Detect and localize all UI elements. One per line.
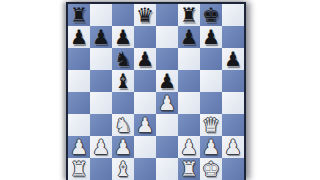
square-f8[interactable]: ♜ (178, 4, 200, 26)
piece-black-rook: ♜ (68, 4, 90, 26)
square-g5[interactable] (200, 70, 222, 92)
piece-white-queen: ♛ (200, 114, 222, 136)
square-e8[interactable] (156, 4, 178, 26)
piece-white-knight: ♞ (112, 114, 134, 136)
square-c1[interactable]: ♝ (112, 158, 134, 180)
square-b4[interactable] (90, 92, 112, 114)
square-d4[interactable] (134, 92, 156, 114)
square-e2[interactable] (156, 136, 178, 158)
piece-black-pawn: ♟ (156, 70, 178, 92)
square-b2[interactable]: ♟ (90, 136, 112, 158)
square-f3[interactable] (178, 114, 200, 136)
square-g7[interactable]: ♟ (200, 26, 222, 48)
piece-black-bishop: ♝ (112, 70, 134, 92)
square-d6[interactable]: ♟ (134, 48, 156, 70)
square-d2[interactable] (134, 136, 156, 158)
square-g1[interactable]: ♚ (200, 158, 222, 180)
square-h3[interactable] (222, 114, 244, 136)
square-c4[interactable] (112, 92, 134, 114)
square-c5[interactable]: ♝ (112, 70, 134, 92)
chess-board: ♜♛♜♚♟♟♟♟♟♞♟♟♝♟♟♞♟♛♟♟♟♟♟♟♜♝♜♚ (66, 2, 246, 180)
square-h6[interactable]: ♟ (222, 48, 244, 70)
square-b1[interactable] (90, 158, 112, 180)
square-b8[interactable] (90, 4, 112, 26)
square-h1[interactable] (222, 158, 244, 180)
square-e7[interactable] (156, 26, 178, 48)
square-a6[interactable] (68, 48, 90, 70)
square-f7[interactable]: ♟ (178, 26, 200, 48)
piece-white-pawn: ♟ (200, 136, 222, 158)
square-c7[interactable]: ♟ (112, 26, 134, 48)
square-g3[interactable]: ♛ (200, 114, 222, 136)
piece-white-pawn: ♟ (156, 92, 178, 114)
square-b5[interactable] (90, 70, 112, 92)
square-g2[interactable]: ♟ (200, 136, 222, 158)
square-b3[interactable] (90, 114, 112, 136)
piece-black-rook: ♜ (178, 4, 200, 26)
piece-white-pawn: ♟ (134, 114, 156, 136)
square-d7[interactable] (134, 26, 156, 48)
piece-white-pawn: ♟ (90, 136, 112, 158)
square-a8[interactable]: ♜ (68, 4, 90, 26)
piece-white-pawn: ♟ (68, 136, 90, 158)
square-a2[interactable]: ♟ (68, 136, 90, 158)
square-d5[interactable] (134, 70, 156, 92)
square-e4[interactable]: ♟ (156, 92, 178, 114)
square-h2[interactable]: ♟ (222, 136, 244, 158)
square-g8[interactable]: ♚ (200, 4, 222, 26)
square-c3[interactable]: ♞ (112, 114, 134, 136)
square-d3[interactable]: ♟ (134, 114, 156, 136)
piece-white-pawn: ♟ (222, 136, 244, 158)
square-h5[interactable] (222, 70, 244, 92)
square-b7[interactable]: ♟ (90, 26, 112, 48)
square-f6[interactable] (178, 48, 200, 70)
piece-white-king: ♚ (200, 158, 222, 180)
square-a3[interactable] (68, 114, 90, 136)
square-c8[interactable] (112, 4, 134, 26)
piece-black-pawn: ♟ (178, 26, 200, 48)
screenshot-root: ♜♛♜♚♟♟♟♟♟♞♟♟♝♟♟♞♟♛♟♟♟♟♟♟♜♝♜♚ (0, 0, 320, 180)
square-f4[interactable] (178, 92, 200, 114)
square-e6[interactable] (156, 48, 178, 70)
square-a4[interactable] (68, 92, 90, 114)
piece-white-rook: ♜ (178, 158, 200, 180)
piece-black-pawn: ♟ (134, 48, 156, 70)
square-f5[interactable] (178, 70, 200, 92)
square-c2[interactable]: ♟ (112, 136, 134, 158)
piece-black-pawn: ♟ (200, 26, 222, 48)
piece-black-pawn: ♟ (68, 26, 90, 48)
piece-black-pawn: ♟ (90, 26, 112, 48)
piece-black-pawn: ♟ (222, 48, 244, 70)
square-f2[interactable]: ♟ (178, 136, 200, 158)
square-d1[interactable] (134, 158, 156, 180)
square-c6[interactable]: ♞ (112, 48, 134, 70)
square-e1[interactable] (156, 158, 178, 180)
square-g4[interactable] (200, 92, 222, 114)
square-h4[interactable] (222, 92, 244, 114)
square-d8[interactable]: ♛ (134, 4, 156, 26)
square-a7[interactable]: ♟ (68, 26, 90, 48)
square-f1[interactable]: ♜ (178, 158, 200, 180)
square-h7[interactable] (222, 26, 244, 48)
square-e5[interactable]: ♟ (156, 70, 178, 92)
piece-black-knight: ♞ (112, 48, 134, 70)
piece-black-pawn: ♟ (112, 26, 134, 48)
square-g6[interactable] (200, 48, 222, 70)
piece-white-pawn: ♟ (112, 136, 134, 158)
piece-black-king: ♚ (200, 4, 222, 26)
piece-white-bishop: ♝ (112, 158, 134, 180)
square-e3[interactable] (156, 114, 178, 136)
square-h8[interactable] (222, 4, 244, 26)
square-a5[interactable] (68, 70, 90, 92)
piece-white-pawn: ♟ (178, 136, 200, 158)
square-b6[interactable] (90, 48, 112, 70)
piece-black-queen: ♛ (134, 4, 156, 26)
piece-white-rook: ♜ (68, 158, 90, 180)
square-a1[interactable]: ♜ (68, 158, 90, 180)
